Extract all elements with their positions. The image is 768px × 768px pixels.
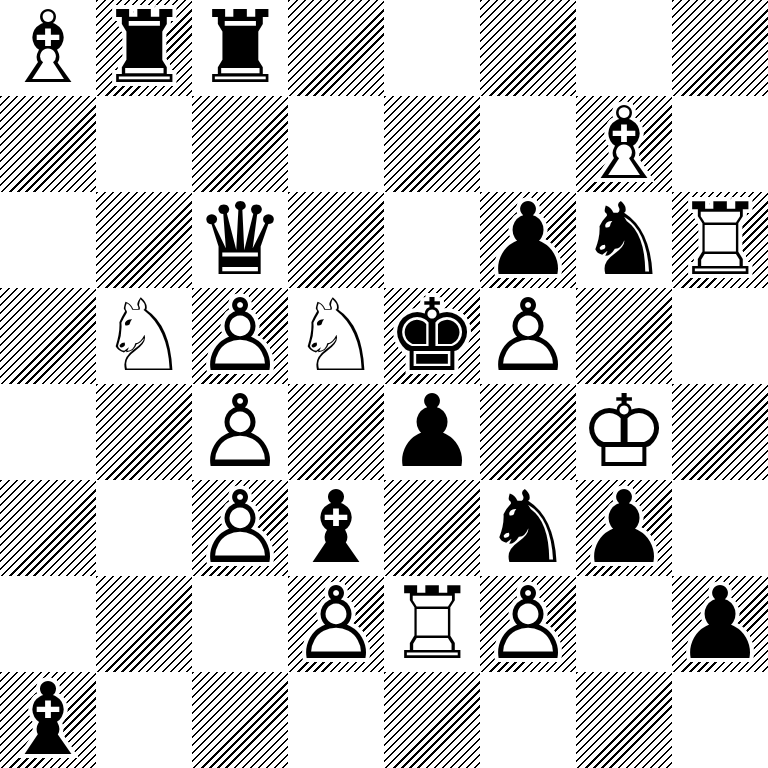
piece-white-knight[interactable]: ♞♘	[96, 288, 192, 384]
square-d7[interactable]	[288, 96, 384, 192]
piece-white-pawn[interactable]: ♟♙	[288, 576, 384, 672]
square-b5[interactable]: ♞♘	[96, 288, 192, 384]
square-d3[interactable]: ♝♝	[288, 480, 384, 576]
piece-black-king[interactable]: ♚♚	[384, 288, 480, 384]
square-f3[interactable]: ♞♞	[480, 480, 576, 576]
square-e5[interactable]: ♚♚	[384, 288, 480, 384]
square-g3[interactable]: ♟♟	[576, 480, 672, 576]
square-b4[interactable]	[96, 384, 192, 480]
piece-glyph: ♛	[195, 192, 285, 288]
square-c8[interactable]: ♜♜	[192, 0, 288, 96]
piece-black-pawn[interactable]: ♟♟	[576, 480, 672, 576]
piece-glyph: ♙	[483, 576, 573, 672]
piece-white-pawn[interactable]: ♟♙	[192, 288, 288, 384]
piece-glyph: ♝	[291, 480, 381, 576]
square-b3[interactable]	[96, 480, 192, 576]
piece-glyph: ♞	[483, 480, 573, 576]
square-c6[interactable]: ♛♛	[192, 192, 288, 288]
piece-white-pawn[interactable]: ♟♙	[480, 288, 576, 384]
piece-glyph: ♟	[387, 384, 477, 480]
square-h4[interactable]	[672, 384, 768, 480]
piece-white-knight[interactable]: ♞♘	[288, 288, 384, 384]
square-e1[interactable]	[384, 672, 480, 768]
square-h1[interactable]	[672, 672, 768, 768]
square-e6[interactable]	[384, 192, 480, 288]
square-h3[interactable]	[672, 480, 768, 576]
square-c5[interactable]: ♟♙	[192, 288, 288, 384]
piece-black-pawn[interactable]: ♟♟	[480, 192, 576, 288]
square-b2[interactable]	[96, 576, 192, 672]
square-g6[interactable]: ♞♞	[576, 192, 672, 288]
square-a2[interactable]	[0, 576, 96, 672]
square-h8[interactable]	[672, 0, 768, 96]
square-a5[interactable]	[0, 288, 96, 384]
square-f8[interactable]	[480, 0, 576, 96]
square-c1[interactable]	[192, 672, 288, 768]
square-b8[interactable]: ♜♜	[96, 0, 192, 96]
square-g8[interactable]	[576, 0, 672, 96]
chess-board: ♝♗♜♜♜♜♝♗♛♛♟♟♞♞♜♖♞♘♟♙♞♘♚♚♟♙♟♙♟♟♚♔♟♙♝♝♞♞♟♟…	[0, 0, 768, 768]
square-a1[interactable]: ♝♝	[0, 672, 96, 768]
square-c3[interactable]: ♟♙	[192, 480, 288, 576]
square-g5[interactable]	[576, 288, 672, 384]
square-d2[interactable]: ♟♙	[288, 576, 384, 672]
piece-glyph: ♖	[675, 192, 765, 288]
square-e2[interactable]: ♜♖	[384, 576, 480, 672]
piece-glyph: ♜	[99, 0, 189, 96]
piece-white-pawn[interactable]: ♟♙	[480, 576, 576, 672]
square-d5[interactable]: ♞♘	[288, 288, 384, 384]
piece-white-pawn[interactable]: ♟♙	[192, 480, 288, 576]
piece-glyph: ♙	[195, 480, 285, 576]
square-a7[interactable]	[0, 96, 96, 192]
piece-glyph: ♙	[483, 288, 573, 384]
square-c7[interactable]	[192, 96, 288, 192]
piece-glyph: ♖	[387, 576, 477, 672]
piece-glyph: ♔	[579, 384, 669, 480]
piece-white-rook[interactable]: ♜♖	[672, 192, 768, 288]
square-a3[interactable]	[0, 480, 96, 576]
square-d8[interactable]	[288, 0, 384, 96]
square-a4[interactable]	[0, 384, 96, 480]
square-f1[interactable]	[480, 672, 576, 768]
square-c4[interactable]: ♟♙	[192, 384, 288, 480]
piece-black-pawn[interactable]: ♟♟	[384, 384, 480, 480]
piece-black-rook[interactable]: ♜♜	[96, 0, 192, 96]
piece-glyph: ♙	[195, 288, 285, 384]
square-h7[interactable]	[672, 96, 768, 192]
square-d1[interactable]	[288, 672, 384, 768]
square-f7[interactable]	[480, 96, 576, 192]
square-e3[interactable]	[384, 480, 480, 576]
square-f5[interactable]: ♟♙	[480, 288, 576, 384]
piece-black-bishop[interactable]: ♝♝	[0, 672, 96, 768]
piece-glyph: ♘	[99, 288, 189, 384]
piece-black-knight[interactable]: ♞♞	[480, 480, 576, 576]
piece-black-rook[interactable]: ♜♜	[192, 0, 288, 96]
piece-black-pawn[interactable]: ♟♟	[672, 576, 768, 672]
piece-white-pawn[interactable]: ♟♙	[192, 384, 288, 480]
square-e4[interactable]: ♟♟	[384, 384, 480, 480]
piece-glyph: ♚	[387, 288, 477, 384]
piece-black-bishop[interactable]: ♝♝	[288, 480, 384, 576]
piece-glyph: ♙	[195, 384, 285, 480]
square-f4[interactable]	[480, 384, 576, 480]
square-d6[interactable]	[288, 192, 384, 288]
square-a6[interactable]	[0, 192, 96, 288]
square-b1[interactable]	[96, 672, 192, 768]
square-f6[interactable]: ♟♟	[480, 192, 576, 288]
square-e7[interactable]	[384, 96, 480, 192]
square-d4[interactable]	[288, 384, 384, 480]
square-b7[interactable]	[96, 96, 192, 192]
square-h5[interactable]	[672, 288, 768, 384]
piece-glyph: ♝	[3, 672, 93, 768]
square-g7[interactable]: ♝♗	[576, 96, 672, 192]
square-g2[interactable]	[576, 576, 672, 672]
square-f2[interactable]: ♟♙	[480, 576, 576, 672]
square-h2[interactable]: ♟♟	[672, 576, 768, 672]
piece-glyph: ♟	[483, 192, 573, 288]
piece-white-rook[interactable]: ♜♖	[384, 576, 480, 672]
piece-glyph: ♟	[579, 480, 669, 576]
piece-glyph: ♗	[3, 0, 93, 96]
piece-white-bishop[interactable]: ♝♗	[0, 0, 96, 96]
piece-glyph: ♟	[675, 576, 765, 672]
square-g4[interactable]: ♚♔	[576, 384, 672, 480]
square-h6[interactable]: ♜♖	[672, 192, 768, 288]
piece-glyph: ♜	[195, 0, 285, 96]
square-g1[interactable]	[576, 672, 672, 768]
piece-glyph: ♞	[579, 192, 669, 288]
square-c2[interactable]	[192, 576, 288, 672]
piece-glyph: ♙	[291, 576, 381, 672]
square-a8[interactable]: ♝♗	[0, 0, 96, 96]
square-e8[interactable]	[384, 0, 480, 96]
piece-white-bishop[interactable]: ♝♗	[576, 96, 672, 192]
square-b6[interactable]	[96, 192, 192, 288]
piece-black-knight[interactable]: ♞♞	[576, 192, 672, 288]
piece-glyph: ♘	[291, 288, 381, 384]
piece-glyph: ♗	[579, 96, 669, 192]
piece-black-queen[interactable]: ♛♛	[192, 192, 288, 288]
piece-white-king[interactable]: ♚♔	[576, 384, 672, 480]
